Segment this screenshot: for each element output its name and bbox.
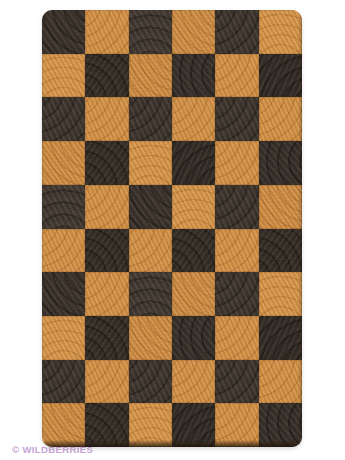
board-square-r10c1: [42, 403, 85, 447]
board-square-r10c2: [85, 403, 128, 447]
board-square-r7c4: [172, 272, 215, 316]
board-square-r5c2: [85, 185, 128, 229]
wildberries-watermark: © WILDBERRIES: [12, 444, 93, 455]
board-square-r4c1: [42, 141, 85, 185]
board-square-r8c4: [172, 316, 215, 360]
board-square-r4c4: [172, 141, 215, 185]
board-square-r4c5: [215, 141, 258, 185]
board-square-r10c4: [172, 403, 215, 447]
board-square-r9c5: [215, 360, 258, 404]
board-square-r9c6: [259, 360, 302, 404]
board-square-r6c3: [129, 229, 172, 273]
board-square-r1c3: [129, 10, 172, 54]
board-square-r6c6: [259, 229, 302, 273]
board-square-r1c4: [172, 10, 215, 54]
board-square-r8c1: [42, 316, 85, 360]
board-square-r2c3: [129, 54, 172, 98]
board-square-r1c6: [259, 10, 302, 54]
cutting-board: [42, 10, 302, 447]
board-square-r9c1: [42, 360, 85, 404]
board-square-r4c2: [85, 141, 128, 185]
board-square-r9c3: [129, 360, 172, 404]
board-square-r8c3: [129, 316, 172, 360]
board-square-r4c6: [259, 141, 302, 185]
board-square-r10c3: [129, 403, 172, 447]
board-square-r7c1: [42, 272, 85, 316]
board-square-r6c1: [42, 229, 85, 273]
board-square-r8c6: [259, 316, 302, 360]
board-square-r7c3: [129, 272, 172, 316]
board-square-r5c3: [129, 185, 172, 229]
board-square-r5c4: [172, 185, 215, 229]
board-square-r5c1: [42, 185, 85, 229]
board-square-r7c6: [259, 272, 302, 316]
board-square-r1c2: [85, 10, 128, 54]
product-photo: © WILDBERRIES: [0, 0, 345, 460]
board-square-r2c1: [42, 54, 85, 98]
board-square-r9c2: [85, 360, 128, 404]
board-square-r2c2: [85, 54, 128, 98]
board-square-r4c3: [129, 141, 172, 185]
board-square-r3c6: [259, 97, 302, 141]
board-square-r3c3: [129, 97, 172, 141]
board-square-r10c6: [259, 403, 302, 447]
board-square-r1c1: [42, 10, 85, 54]
board-square-r3c5: [215, 97, 258, 141]
board-square-r2c4: [172, 54, 215, 98]
board-square-r6c4: [172, 229, 215, 273]
board-square-r5c5: [215, 185, 258, 229]
board-square-r9c4: [172, 360, 215, 404]
board-square-r7c5: [215, 272, 258, 316]
board-square-r2c5: [215, 54, 258, 98]
board-square-r3c1: [42, 97, 85, 141]
board-square-r8c5: [215, 316, 258, 360]
board-square-r6c2: [85, 229, 128, 273]
board-square-r7c2: [85, 272, 128, 316]
board-square-r2c6: [259, 54, 302, 98]
board-square-r8c2: [85, 316, 128, 360]
board-square-r6c5: [215, 229, 258, 273]
board-square-r10c5: [215, 403, 258, 447]
board-square-r5c6: [259, 185, 302, 229]
board-square-r1c5: [215, 10, 258, 54]
board-square-r3c2: [85, 97, 128, 141]
board-square-r3c4: [172, 97, 215, 141]
